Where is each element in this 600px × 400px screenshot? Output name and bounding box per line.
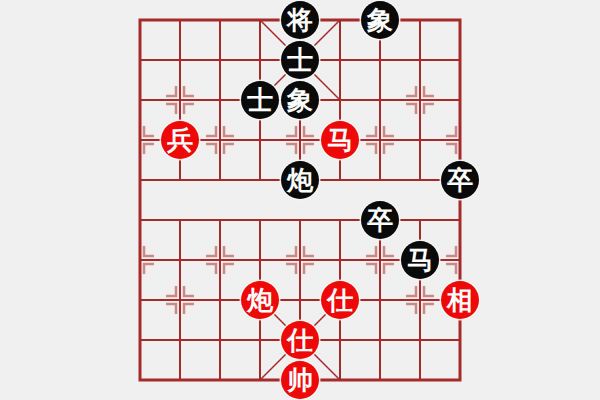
black-pawn[interactable]: 卒 — [441, 161, 479, 199]
red-elephant[interactable]: 相 — [441, 281, 479, 319]
red-advisor[interactable]: 仕 — [321, 281, 359, 319]
black-horse[interactable]: 马 — [401, 241, 439, 279]
black-pawn[interactable]: 卒 — [361, 201, 399, 239]
red-general[interactable]: 帅 — [281, 361, 319, 399]
black-cannon[interactable]: 炮 — [281, 161, 319, 199]
red-advisor[interactable]: 仕 — [281, 321, 319, 359]
black-advisor[interactable]: 士 — [281, 41, 319, 79]
red-cannon[interactable]: 炮 — [241, 281, 279, 319]
black-elephant[interactable]: 象 — [281, 81, 319, 119]
xiangqi-board: 将象士士象兵马炮卒卒马炮仕相仕帅 — [0, 0, 600, 400]
black-general[interactable]: 将 — [281, 1, 319, 39]
black-elephant[interactable]: 象 — [361, 1, 399, 39]
red-horse[interactable]: 马 — [321, 121, 359, 159]
piece-layer: 将象士士象兵马炮卒卒马炮仕相仕帅 — [120, 0, 480, 400]
black-advisor[interactable]: 士 — [241, 81, 279, 119]
red-pawn[interactable]: 兵 — [161, 121, 199, 159]
